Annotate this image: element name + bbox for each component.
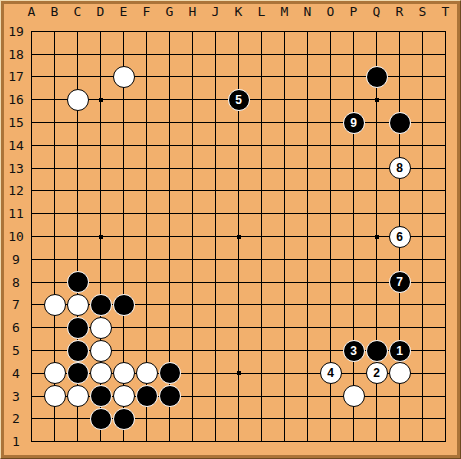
intersection-T5[interactable] [434,339,457,362]
intersection-J13[interactable] [204,157,227,180]
intersection-G7[interactable] [158,294,181,317]
intersection-K13[interactable] [227,157,250,180]
intersection-P17[interactable] [342,66,365,89]
intersection-R19[interactable] [388,20,411,43]
intersection-M9[interactable] [273,248,296,271]
intersection-E9[interactable] [112,248,135,271]
intersection-B15[interactable] [43,111,66,134]
intersection-G11[interactable] [158,202,181,225]
intersection-K15[interactable] [227,111,250,134]
intersection-Q6[interactable] [365,316,388,339]
intersection-M13[interactable] [273,157,296,180]
intersection-O14[interactable] [319,134,342,157]
intersection-G4[interactable] [158,362,181,385]
intersection-H14[interactable] [181,134,204,157]
intersection-M1[interactable] [273,430,296,453]
intersection-F12[interactable] [135,180,158,203]
intersection-E6[interactable] [112,316,135,339]
intersection-O17[interactable] [319,66,342,89]
intersection-F1[interactable] [135,430,158,453]
intersection-E2[interactable] [112,408,135,431]
intersection-D8[interactable] [89,271,112,294]
intersection-R14[interactable] [388,134,411,157]
intersection-B8[interactable] [43,271,66,294]
intersection-O15[interactable] [319,111,342,134]
intersection-L12[interactable] [250,180,273,203]
intersection-S8[interactable] [411,271,434,294]
intersection-N7[interactable] [296,294,319,317]
intersection-C19[interactable] [66,20,89,43]
intersection-B18[interactable] [43,43,66,66]
intersection-C16[interactable] [66,88,89,111]
intersection-C3[interactable] [66,385,89,408]
intersection-R4[interactable] [388,362,411,385]
intersection-P11[interactable] [342,202,365,225]
intersection-H9[interactable] [181,248,204,271]
intersection-Q7[interactable] [365,294,388,317]
intersection-N1[interactable] [296,430,319,453]
intersection-N6[interactable] [296,316,319,339]
intersection-H4[interactable] [181,362,204,385]
intersection-B3[interactable] [43,385,66,408]
intersection-L2[interactable] [250,408,273,431]
intersection-H13[interactable] [181,157,204,180]
intersection-F2[interactable] [135,408,158,431]
intersection-N14[interactable] [296,134,319,157]
intersection-A15[interactable] [20,111,43,134]
intersection-A3[interactable] [20,385,43,408]
intersection-O16[interactable] [319,88,342,111]
intersection-S12[interactable] [411,180,434,203]
intersection-S2[interactable] [411,408,434,431]
intersection-G2[interactable] [158,408,181,431]
intersection-B5[interactable] [43,339,66,362]
intersection-L3[interactable] [250,385,273,408]
intersection-F3[interactable] [135,385,158,408]
intersection-C5[interactable] [66,339,89,362]
intersection-B1[interactable] [43,430,66,453]
intersection-N16[interactable] [296,88,319,111]
intersection-G13[interactable] [158,157,181,180]
intersection-Q8[interactable] [365,271,388,294]
intersection-H11[interactable] [181,202,204,225]
intersection-H6[interactable] [181,316,204,339]
intersection-B12[interactable] [43,180,66,203]
intersection-Q5[interactable] [365,339,388,362]
intersection-O3[interactable] [319,385,342,408]
intersection-A19[interactable] [20,20,43,43]
intersection-L5[interactable] [250,339,273,362]
intersection-K9[interactable] [227,248,250,271]
intersection-G5[interactable] [158,339,181,362]
intersection-B4[interactable] [43,362,66,385]
intersection-C17[interactable] [66,66,89,89]
intersection-J7[interactable] [204,294,227,317]
intersection-T4[interactable] [434,362,457,385]
intersection-E19[interactable] [112,20,135,43]
intersection-T8[interactable] [434,271,457,294]
intersection-G10[interactable] [158,225,181,248]
intersection-R9[interactable] [388,248,411,271]
intersection-E10[interactable] [112,225,135,248]
intersection-D9[interactable] [89,248,112,271]
intersection-O2[interactable] [319,408,342,431]
intersection-L14[interactable] [250,134,273,157]
intersection-D14[interactable] [89,134,112,157]
intersection-D16[interactable] [89,88,112,111]
intersection-M5[interactable] [273,339,296,362]
intersection-O13[interactable] [319,157,342,180]
intersection-J18[interactable] [204,43,227,66]
intersection-T13[interactable] [434,157,457,180]
intersection-P16[interactable] [342,88,365,111]
intersection-G16[interactable] [158,88,181,111]
intersection-B14[interactable] [43,134,66,157]
intersection-L10[interactable] [250,225,273,248]
intersection-F13[interactable] [135,157,158,180]
intersection-S16[interactable] [411,88,434,111]
intersection-Q12[interactable] [365,180,388,203]
intersection-E14[interactable] [112,134,135,157]
intersection-G3[interactable] [158,385,181,408]
intersection-H15[interactable] [181,111,204,134]
intersection-L7[interactable] [250,294,273,317]
intersection-S17[interactable] [411,66,434,89]
intersection-J11[interactable] [204,202,227,225]
intersection-P8[interactable] [342,271,365,294]
intersection-N10[interactable] [296,225,319,248]
intersection-C13[interactable] [66,157,89,180]
intersection-A4[interactable] [20,362,43,385]
intersection-D3[interactable] [89,385,112,408]
intersection-A16[interactable] [20,88,43,111]
intersection-B16[interactable] [43,88,66,111]
intersection-L18[interactable] [250,43,273,66]
intersection-T3[interactable] [434,385,457,408]
intersection-A9[interactable] [20,248,43,271]
intersection-Q19[interactable] [365,20,388,43]
intersection-O1[interactable] [319,430,342,453]
intersection-O19[interactable] [319,20,342,43]
intersection-Q9[interactable] [365,248,388,271]
intersection-Q4[interactable]: 2 [365,362,388,385]
intersection-G15[interactable] [158,111,181,134]
intersection-D19[interactable] [89,20,112,43]
intersection-L4[interactable] [250,362,273,385]
intersection-C6[interactable] [66,316,89,339]
intersection-O4[interactable]: 4 [319,362,342,385]
intersection-P2[interactable] [342,408,365,431]
intersection-P19[interactable] [342,20,365,43]
intersection-M4[interactable] [273,362,296,385]
intersection-T16[interactable] [434,88,457,111]
intersection-P10[interactable] [342,225,365,248]
intersection-H16[interactable] [181,88,204,111]
intersection-A12[interactable] [20,180,43,203]
intersection-P5[interactable]: 3 [342,339,365,362]
intersection-S14[interactable] [411,134,434,157]
intersection-D15[interactable] [89,111,112,134]
intersection-F4[interactable] [135,362,158,385]
intersection-J8[interactable] [204,271,227,294]
intersection-D13[interactable] [89,157,112,180]
intersection-K10[interactable] [227,225,250,248]
intersection-D7[interactable] [89,294,112,317]
intersection-C10[interactable] [66,225,89,248]
intersection-G17[interactable] [158,66,181,89]
intersection-O7[interactable] [319,294,342,317]
intersection-K5[interactable] [227,339,250,362]
intersection-B2[interactable] [43,408,66,431]
intersection-S18[interactable] [411,43,434,66]
intersection-R1[interactable] [388,430,411,453]
intersection-A10[interactable] [20,225,43,248]
intersection-C12[interactable] [66,180,89,203]
intersection-M18[interactable] [273,43,296,66]
intersection-M2[interactable] [273,408,296,431]
intersection-D5[interactable] [89,339,112,362]
intersection-H3[interactable] [181,385,204,408]
intersection-S6[interactable] [411,316,434,339]
intersection-M19[interactable] [273,20,296,43]
intersection-J16[interactable] [204,88,227,111]
intersection-E4[interactable] [112,362,135,385]
intersection-K12[interactable] [227,180,250,203]
intersection-R3[interactable] [388,385,411,408]
intersection-Q18[interactable] [365,43,388,66]
intersection-G19[interactable] [158,20,181,43]
intersection-N19[interactable] [296,20,319,43]
intersection-A8[interactable] [20,271,43,294]
intersection-A7[interactable] [20,294,43,317]
intersection-N4[interactable] [296,362,319,385]
intersection-L6[interactable] [250,316,273,339]
intersection-E1[interactable] [112,430,135,453]
intersection-J14[interactable] [204,134,227,157]
intersection-T1[interactable] [434,430,457,453]
intersection-K18[interactable] [227,43,250,66]
intersection-P6[interactable] [342,316,365,339]
intersection-E12[interactable] [112,180,135,203]
intersection-O9[interactable] [319,248,342,271]
intersection-A6[interactable] [20,316,43,339]
intersection-K1[interactable] [227,430,250,453]
intersection-T2[interactable] [434,408,457,431]
intersection-C7[interactable] [66,294,89,317]
intersection-E8[interactable] [112,271,135,294]
intersection-Q1[interactable] [365,430,388,453]
intersection-F5[interactable] [135,339,158,362]
intersection-G8[interactable] [158,271,181,294]
intersection-C8[interactable] [66,271,89,294]
intersection-G9[interactable] [158,248,181,271]
intersection-T9[interactable] [434,248,457,271]
intersection-N17[interactable] [296,66,319,89]
intersection-L19[interactable] [250,20,273,43]
intersection-P15[interactable]: 9 [342,111,365,134]
intersection-N8[interactable] [296,271,319,294]
intersection-Q14[interactable] [365,134,388,157]
intersection-J5[interactable] [204,339,227,362]
intersection-K7[interactable] [227,294,250,317]
intersection-P3[interactable] [342,385,365,408]
intersection-J3[interactable] [204,385,227,408]
intersection-L15[interactable] [250,111,273,134]
intersection-R13[interactable]: 8 [388,157,411,180]
intersection-N11[interactable] [296,202,319,225]
intersection-M8[interactable] [273,271,296,294]
intersection-F8[interactable] [135,271,158,294]
intersection-S1[interactable] [411,430,434,453]
intersection-N12[interactable] [296,180,319,203]
intersection-R6[interactable] [388,316,411,339]
intersection-K17[interactable] [227,66,250,89]
intersection-N18[interactable] [296,43,319,66]
intersection-P9[interactable] [342,248,365,271]
intersection-P12[interactable] [342,180,365,203]
intersection-C15[interactable] [66,111,89,134]
intersection-T17[interactable] [434,66,457,89]
intersection-T18[interactable] [434,43,457,66]
intersection-T19[interactable] [434,20,457,43]
intersection-H17[interactable] [181,66,204,89]
intersection-A5[interactable] [20,339,43,362]
intersection-K19[interactable] [227,20,250,43]
intersection-E16[interactable] [112,88,135,111]
intersection-H19[interactable] [181,20,204,43]
intersection-D1[interactable] [89,430,112,453]
intersection-J9[interactable] [204,248,227,271]
intersection-P4[interactable] [342,362,365,385]
intersection-H7[interactable] [181,294,204,317]
intersection-R12[interactable] [388,180,411,203]
intersection-Q17[interactable] [365,66,388,89]
intersection-L11[interactable] [250,202,273,225]
intersection-K16[interactable]: 5 [227,88,250,111]
intersection-M12[interactable] [273,180,296,203]
intersection-E17[interactable] [112,66,135,89]
intersection-Q10[interactable] [365,225,388,248]
intersection-A14[interactable] [20,134,43,157]
intersection-F19[interactable] [135,20,158,43]
intersection-J6[interactable] [204,316,227,339]
intersection-C1[interactable] [66,430,89,453]
intersection-H18[interactable] [181,43,204,66]
intersection-T10[interactable] [434,225,457,248]
intersection-F14[interactable] [135,134,158,157]
intersection-F9[interactable] [135,248,158,271]
intersection-S13[interactable] [411,157,434,180]
intersection-J10[interactable] [204,225,227,248]
intersection-P13[interactable] [342,157,365,180]
intersection-D10[interactable] [89,225,112,248]
intersection-Q11[interactable] [365,202,388,225]
intersection-N2[interactable] [296,408,319,431]
intersection-E3[interactable] [112,385,135,408]
intersection-T14[interactable] [434,134,457,157]
intersection-J12[interactable] [204,180,227,203]
intersection-O8[interactable] [319,271,342,294]
intersection-M7[interactable] [273,294,296,317]
intersection-L13[interactable] [250,157,273,180]
intersection-H1[interactable] [181,430,204,453]
intersection-K4[interactable] [227,362,250,385]
intersection-B7[interactable] [43,294,66,317]
intersection-G6[interactable] [158,316,181,339]
intersection-S11[interactable] [411,202,434,225]
intersection-T12[interactable] [434,180,457,203]
intersection-K11[interactable] [227,202,250,225]
intersection-J19[interactable] [204,20,227,43]
intersection-B6[interactable] [43,316,66,339]
intersection-J17[interactable] [204,66,227,89]
intersection-D17[interactable] [89,66,112,89]
intersection-E18[interactable] [112,43,135,66]
intersection-R11[interactable] [388,202,411,225]
intersection-H5[interactable] [181,339,204,362]
intersection-F18[interactable] [135,43,158,66]
intersection-B10[interactable] [43,225,66,248]
intersection-L1[interactable] [250,430,273,453]
intersection-T15[interactable] [434,111,457,134]
intersection-M6[interactable] [273,316,296,339]
intersection-L9[interactable] [250,248,273,271]
intersection-R17[interactable] [388,66,411,89]
intersection-P14[interactable] [342,134,365,157]
intersection-F10[interactable] [135,225,158,248]
intersection-B9[interactable] [43,248,66,271]
intersection-P1[interactable] [342,430,365,453]
intersection-S19[interactable] [411,20,434,43]
intersection-S5[interactable] [411,339,434,362]
intersection-M3[interactable] [273,385,296,408]
intersection-Q13[interactable] [365,157,388,180]
intersection-M17[interactable] [273,66,296,89]
intersection-G1[interactable] [158,430,181,453]
intersection-S15[interactable] [411,111,434,134]
intersection-H2[interactable] [181,408,204,431]
intersection-D11[interactable] [89,202,112,225]
intersection-F6[interactable] [135,316,158,339]
intersection-F16[interactable] [135,88,158,111]
intersection-F7[interactable] [135,294,158,317]
intersection-L17[interactable] [250,66,273,89]
intersection-C18[interactable] [66,43,89,66]
intersection-O18[interactable] [319,43,342,66]
intersection-H12[interactable] [181,180,204,203]
intersection-J1[interactable] [204,430,227,453]
intersection-J4[interactable] [204,362,227,385]
intersection-S7[interactable] [411,294,434,317]
intersection-A13[interactable] [20,157,43,180]
intersection-F11[interactable] [135,202,158,225]
intersection-J2[interactable] [204,408,227,431]
intersection-G18[interactable] [158,43,181,66]
intersection-E15[interactable] [112,111,135,134]
intersection-R16[interactable] [388,88,411,111]
intersection-C11[interactable] [66,202,89,225]
intersection-T11[interactable] [434,202,457,225]
intersection-O11[interactable] [319,202,342,225]
intersection-Q2[interactable] [365,408,388,431]
intersection-B13[interactable] [43,157,66,180]
intersection-L8[interactable] [250,271,273,294]
intersection-S9[interactable] [411,248,434,271]
intersection-Q3[interactable] [365,385,388,408]
intersection-F15[interactable] [135,111,158,134]
intersection-C2[interactable] [66,408,89,431]
intersection-T7[interactable] [434,294,457,317]
